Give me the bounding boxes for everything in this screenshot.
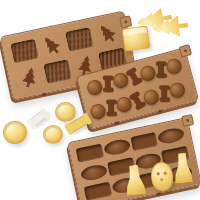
- cavity-bone: [105, 78, 111, 91]
- mold-foot: [41, 93, 47, 97]
- cavity-tree: [93, 21, 122, 46]
- cavity-bone: [129, 70, 141, 84]
- hang-tab: [181, 114, 194, 127]
- cavity-bell: [76, 143, 104, 162]
- tree-cavity-shape: [95, 21, 120, 47]
- cavity-bell: [130, 132, 158, 151]
- cavity-dome: [165, 57, 183, 75]
- cavity-tree: [15, 65, 44, 90]
- cavity-santa: [80, 163, 108, 182]
- cavity-santa: [103, 138, 131, 157]
- gummy-coin: [55, 102, 76, 122]
- cavity-bell: [84, 182, 112, 200]
- mold-foot: [114, 121, 120, 125]
- cavity-santa: [157, 126, 185, 145]
- cavity-present: [43, 59, 72, 84]
- tree-cavity-shape: [39, 33, 64, 59]
- cavity-dome: [89, 102, 107, 120]
- gummy-coin: [43, 125, 63, 144]
- cavity-bone: [161, 87, 167, 100]
- cavity-present: [65, 27, 94, 52]
- cavity-bone: [132, 94, 144, 108]
- cavity-dome: [85, 79, 103, 97]
- mold-foot: [157, 109, 163, 113]
- cavity-bone: [158, 63, 164, 76]
- product-photo: [0, 0, 200, 200]
- cavity-present: [10, 39, 39, 64]
- cavity-tree: [38, 33, 67, 58]
- gummy-bone-white: [27, 109, 48, 128]
- tree-cavity-shape: [20, 66, 40, 89]
- cavity-dome: [168, 81, 186, 99]
- hang-tab: [119, 15, 132, 28]
- mold-foot: [156, 192, 162, 196]
- gummy-coin: [3, 121, 27, 144]
- cavity-bone: [108, 101, 114, 114]
- hang-tab: [179, 44, 192, 57]
- gummy-cube-present: [122, 25, 151, 51]
